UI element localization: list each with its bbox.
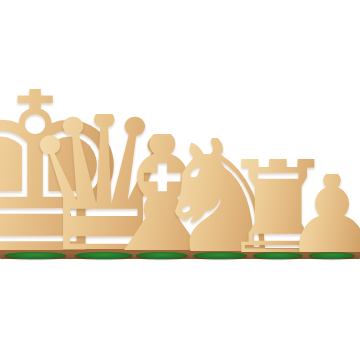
pawn-icon: ♟	[283, 174, 360, 255]
chess-set-product-photo: ♚ ♛ ♝ ♞ ♜ ♟	[0, 0, 360, 360]
piece-pawn: ♟	[283, 174, 360, 259]
